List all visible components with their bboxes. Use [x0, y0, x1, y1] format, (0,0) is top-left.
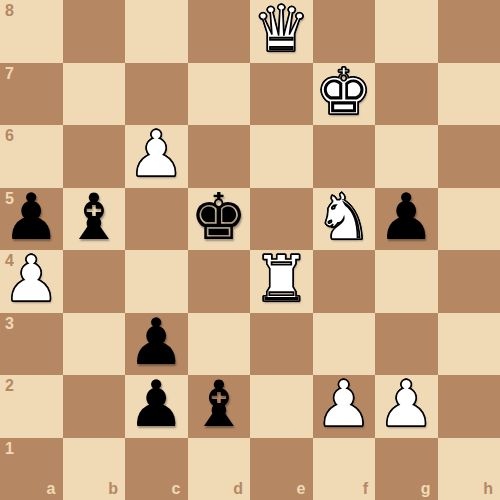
piece-black-bishop-d2[interactable]: ♝ — [190, 373, 247, 436]
piece-white-pawn-a4[interactable]: ♟ — [3, 248, 60, 311]
square-e1[interactable]: e — [250, 438, 313, 500]
piece-black-king-d5[interactable]: ♚ — [190, 186, 247, 249]
coord-file-e: e — [297, 481, 306, 497]
square-f3[interactable] — [313, 313, 376, 376]
piece-white-king-f7[interactable]: ♚ — [315, 61, 372, 124]
piece-white-queen-e8[interactable]: ♛ — [253, 0, 310, 61]
square-h4[interactable] — [438, 250, 500, 313]
square-a5[interactable]: 5♟ — [0, 188, 63, 251]
square-f5[interactable]: ♞ — [313, 188, 376, 251]
square-d4[interactable] — [188, 250, 251, 313]
square-a2[interactable]: 2 — [0, 375, 63, 438]
coord-rank-7: 7 — [5, 66, 14, 82]
square-g1[interactable]: g — [375, 438, 438, 500]
square-a6[interactable]: 6 — [0, 125, 63, 188]
square-h6[interactable] — [438, 125, 500, 188]
square-g7[interactable] — [375, 63, 438, 126]
square-c1[interactable]: c — [125, 438, 188, 500]
square-d8[interactable] — [188, 0, 251, 63]
square-h1[interactable]: h — [438, 438, 500, 500]
square-c6[interactable]: ♟ — [125, 125, 188, 188]
square-e5[interactable] — [250, 188, 313, 251]
square-a1[interactable]: 1a — [0, 438, 63, 500]
square-h5[interactable] — [438, 188, 500, 251]
square-f4[interactable] — [313, 250, 376, 313]
square-b1[interactable]: b — [63, 438, 126, 500]
piece-black-pawn-c2[interactable]: ♟ — [128, 373, 185, 436]
square-c4[interactable] — [125, 250, 188, 313]
coord-rank-1: 1 — [5, 441, 14, 457]
square-c2[interactable]: ♟ — [125, 375, 188, 438]
square-c3[interactable]: ♟ — [125, 313, 188, 376]
square-b8[interactable] — [63, 0, 126, 63]
piece-white-rook-e4[interactable]: ♜ — [253, 248, 310, 311]
square-f2[interactable]: ♟ — [313, 375, 376, 438]
square-d7[interactable] — [188, 63, 251, 126]
square-d3[interactable] — [188, 313, 251, 376]
square-h8[interactable] — [438, 0, 500, 63]
piece-white-pawn-f2[interactable]: ♟ — [315, 373, 372, 436]
piece-black-pawn-c3[interactable]: ♟ — [128, 311, 185, 374]
square-e8[interactable]: ♛ — [250, 0, 313, 63]
coord-rank-3: 3 — [5, 316, 14, 332]
piece-white-pawn-c6[interactable]: ♟ — [128, 123, 185, 186]
coord-file-h: h — [483, 481, 493, 497]
coord-file-a: a — [47, 481, 56, 497]
square-h7[interactable] — [438, 63, 500, 126]
square-b3[interactable] — [63, 313, 126, 376]
square-b2[interactable] — [63, 375, 126, 438]
square-f8[interactable] — [313, 0, 376, 63]
square-g4[interactable] — [375, 250, 438, 313]
square-g6[interactable] — [375, 125, 438, 188]
square-g8[interactable] — [375, 0, 438, 63]
square-b4[interactable] — [63, 250, 126, 313]
square-f6[interactable] — [313, 125, 376, 188]
square-d5[interactable]: ♚ — [188, 188, 251, 251]
square-b6[interactable] — [63, 125, 126, 188]
coord-rank-6: 6 — [5, 128, 14, 144]
square-d6[interactable] — [188, 125, 251, 188]
square-e7[interactable] — [250, 63, 313, 126]
square-c8[interactable] — [125, 0, 188, 63]
square-f7[interactable]: ♚ — [313, 63, 376, 126]
coord-file-f: f — [363, 481, 368, 497]
chess-board: 8♛7♚6♟5♟♝♚♞♟4♟♜3♟2♟♝♟♟1abcdefgh — [0, 0, 500, 500]
piece-white-knight-f5[interactable]: ♞ — [315, 186, 372, 249]
square-d1[interactable]: d — [188, 438, 251, 500]
coord-file-b: b — [108, 481, 118, 497]
square-e3[interactable] — [250, 313, 313, 376]
piece-black-pawn-a5[interactable]: ♟ — [3, 186, 60, 249]
square-g3[interactable] — [375, 313, 438, 376]
square-b7[interactable] — [63, 63, 126, 126]
square-a3[interactable]: 3 — [0, 313, 63, 376]
piece-black-bishop-b5[interactable]: ♝ — [65, 186, 122, 249]
square-d2[interactable]: ♝ — [188, 375, 251, 438]
square-a4[interactable]: 4♟ — [0, 250, 63, 313]
coord-rank-8: 8 — [5, 3, 14, 19]
square-a8[interactable]: 8 — [0, 0, 63, 63]
square-e4[interactable]: ♜ — [250, 250, 313, 313]
coord-file-c: c — [172, 481, 181, 497]
square-a7[interactable]: 7 — [0, 63, 63, 126]
square-h2[interactable] — [438, 375, 500, 438]
piece-white-pawn-g2[interactable]: ♟ — [378, 373, 435, 436]
coord-file-d: d — [233, 481, 243, 497]
square-h3[interactable] — [438, 313, 500, 376]
coord-file-g: g — [421, 481, 431, 497]
square-c5[interactable] — [125, 188, 188, 251]
piece-black-pawn-g5[interactable]: ♟ — [378, 186, 435, 249]
square-e6[interactable] — [250, 125, 313, 188]
coord-rank-2: 2 — [5, 378, 14, 394]
square-f1[interactable]: f — [313, 438, 376, 500]
square-b5[interactable]: ♝ — [63, 188, 126, 251]
square-g2[interactable]: ♟ — [375, 375, 438, 438]
square-c7[interactable] — [125, 63, 188, 126]
square-e2[interactable] — [250, 375, 313, 438]
square-g5[interactable]: ♟ — [375, 188, 438, 251]
